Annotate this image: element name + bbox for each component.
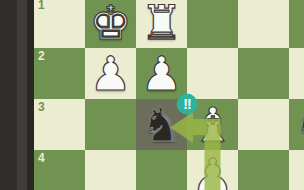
- black-knight[interactable]: ♞: [136, 99, 187, 150]
- square-g2[interactable]: ♟: [85, 48, 136, 99]
- square-g1[interactable]: ♚: [85, 0, 136, 48]
- square-f4[interactable]: [136, 150, 187, 190]
- square-h2[interactable]: 2: [34, 48, 85, 99]
- square-e2[interactable]: [187, 48, 238, 99]
- video-frame: 1♚♜2♟♟3♞♝♞4♟ !!: [0, 0, 304, 190]
- white-pawn[interactable]: ♟: [136, 48, 187, 99]
- white-king[interactable]: ♚: [85, 0, 136, 48]
- square-e4[interactable]: ♟: [187, 150, 238, 190]
- square-h3[interactable]: 3: [34, 99, 85, 150]
- white-rook[interactable]: ♜: [136, 0, 187, 48]
- chess-board: 1♚♜2♟♟3♞♝♞4♟: [34, 0, 304, 190]
- rank-label-3: 3: [38, 100, 45, 114]
- square-f3[interactable]: ♞: [136, 99, 187, 150]
- rank-label-2: 2: [38, 49, 45, 63]
- square-h4[interactable]: 4: [34, 150, 85, 190]
- square-f1[interactable]: ♜: [136, 0, 187, 48]
- black-knight[interactable]: ♞: [289, 99, 304, 150]
- square-g4[interactable]: [85, 150, 136, 190]
- square-c4[interactable]: [289, 150, 304, 190]
- white-pawn[interactable]: ♟: [85, 48, 136, 99]
- rank-label-4: 4: [38, 151, 45, 165]
- app-sidebar-edge: [0, 0, 34, 190]
- square-c3[interactable]: ♞: [289, 99, 304, 150]
- rank-label-1: 1: [38, 0, 45, 12]
- square-h1[interactable]: 1: [34, 0, 85, 48]
- square-e1[interactable]: [187, 0, 238, 48]
- square-c1[interactable]: [289, 0, 304, 48]
- square-g3[interactable]: [85, 99, 136, 150]
- square-f2[interactable]: ♟: [136, 48, 187, 99]
- square-e3[interactable]: ♝: [187, 99, 238, 150]
- square-d4[interactable]: [238, 150, 289, 190]
- white-pawn[interactable]: ♟: [187, 150, 238, 190]
- square-d3[interactable]: [238, 99, 289, 150]
- square-c2[interactable]: [289, 48, 304, 99]
- white-bishop[interactable]: ♝: [187, 99, 238, 150]
- square-d2[interactable]: [238, 48, 289, 99]
- square-d1[interactable]: [238, 0, 289, 48]
